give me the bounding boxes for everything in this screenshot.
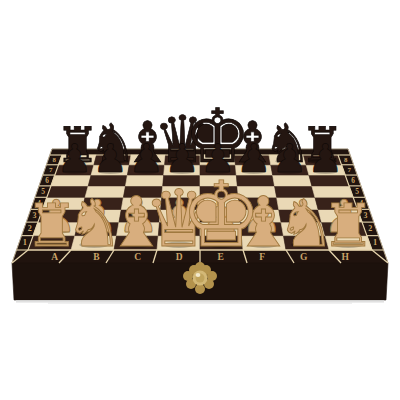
rank-label: 7 [348,166,352,174]
table-shadow-soft [48,303,352,304]
chess-board-scene: ABCDEFGH1122334455667788♜♞♝♛♚♝♞♜♟♟♟♟♟♟♟♟… [0,0,400,400]
rank-label: 6 [45,176,49,185]
chess-set-photo: ABCDEFGH1122334455667788♜♞♝♛♚♝♞♜♟♟♟♟♟♟♟♟… [0,0,400,400]
piece-black-pawn[interactable]: ♟ [308,136,343,181]
piece-black-pawn[interactable]: ♟ [272,136,307,181]
rank-label: 8 [344,156,348,163]
rank-label: 7 [49,166,53,174]
piece-white-rook[interactable]: ♜ [322,191,375,260]
piece-black-pawn[interactable]: ♟ [57,136,92,181]
piece-black-pawn[interactable]: ♟ [93,136,128,181]
table-shadow [16,300,384,303]
rank-label: 6 [351,176,355,185]
